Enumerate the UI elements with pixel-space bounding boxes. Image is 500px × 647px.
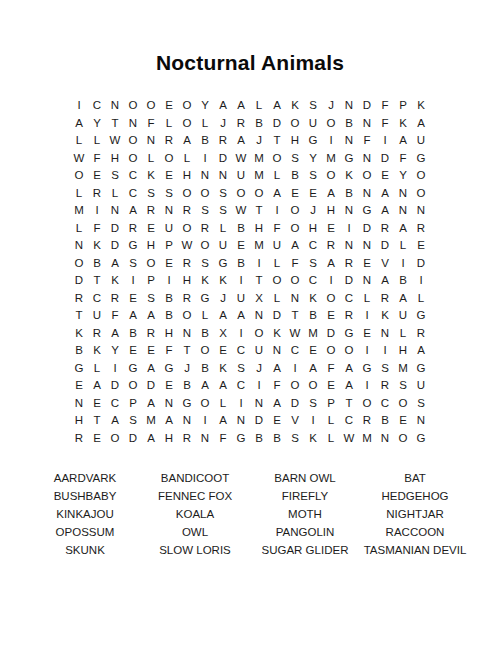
grid-cell-r17c4: O <box>124 377 142 395</box>
grid-cell-r13c16: R <box>340 307 358 325</box>
grid-cell-r20c20: G <box>412 430 430 448</box>
grid-cell-r13c7: O <box>178 307 196 325</box>
grid-cell-r2c1: A <box>70 115 88 133</box>
grid-cell-r3c6: R <box>160 132 178 150</box>
grid-cell-r13c14: B <box>304 307 322 325</box>
grid-cell-r6c7: O <box>178 185 196 203</box>
grid-cell-r12c13: N <box>286 290 304 308</box>
grid-cell-r7c17: G <box>358 202 376 220</box>
grid-cell-r17c13: O <box>286 377 304 395</box>
grid-cell-r3c10: A <box>232 132 250 150</box>
grid-cell-r15c11: U <box>250 342 268 360</box>
grid-cell-r1c14: S <box>304 97 322 115</box>
grid-cell-r9c16: N <box>340 237 358 255</box>
grid-cell-r10c14: S <box>304 255 322 273</box>
grid-cell-r14c16: G <box>340 325 358 343</box>
grid-cell-r12c19: A <box>394 290 412 308</box>
grid-cell-r19c17: R <box>358 412 376 430</box>
grid-cell-r11c12: O <box>268 272 286 290</box>
word-list-item: KINKAJOU <box>30 506 140 524</box>
grid-cell-r11c10: I <box>232 272 250 290</box>
grid-cell-r10c2: B <box>88 255 106 273</box>
grid-cell-r7c4: A <box>124 202 142 220</box>
grid-cell-r14c1: K <box>70 325 88 343</box>
grid-cell-r1c20: K <box>412 97 430 115</box>
grid-cell-r14c2: R <box>88 325 106 343</box>
grid-cell-r10c3: A <box>106 255 124 273</box>
grid-cell-r18c20: S <box>412 395 430 413</box>
grid-cell-r7c19: N <box>394 202 412 220</box>
grid-cell-r9c8: O <box>196 237 214 255</box>
grid-cell-r5c18: E <box>376 167 394 185</box>
grid-cell-r2c13: O <box>286 115 304 133</box>
grid-cell-r14c9: X <box>214 325 232 343</box>
grid-cell-r7c5: R <box>142 202 160 220</box>
grid-cell-r18c1: N <box>70 395 88 413</box>
word-search-page: Nocturnal Animals ICNOOEOYAALAKSJNDFPKAY… <box>0 0 500 647</box>
grid-cell-r3c19: A <box>394 132 412 150</box>
grid-cell-r20c8: N <box>196 430 214 448</box>
grid-cell-r5c5: K <box>142 167 160 185</box>
grid-cell-r20c3: O <box>106 430 124 448</box>
grid-cell-r6c12: A <box>268 185 286 203</box>
grid-cell-r15c20: A <box>412 342 430 360</box>
grid-cell-r15c5: E <box>142 342 160 360</box>
word-list-item: BAT <box>360 470 470 488</box>
grid-cell-r13c11: N <box>250 307 268 325</box>
grid-cell-r9c13: A <box>286 237 304 255</box>
grid-cell-r5c12: L <box>268 167 286 185</box>
grid-cell-r3c18: I <box>376 132 394 150</box>
grid-cell-r2c9: J <box>214 115 232 133</box>
grid-cell-r11c20: I <box>412 272 430 290</box>
grid-cell-r10c8: S <box>196 255 214 273</box>
grid-cell-r20c17: M <box>358 430 376 448</box>
grid-cell-r20c15: L <box>322 430 340 448</box>
grid-cell-r10c11: I <box>250 255 268 273</box>
grid-cell-r8c16: I <box>340 220 358 238</box>
grid-cell-r10c12: L <box>268 255 286 273</box>
grid-cell-r18c18: C <box>376 395 394 413</box>
grid-cell-r13c3: F <box>106 307 124 325</box>
grid-cell-r4c15: M <box>322 150 340 168</box>
grid-cell-r3c7: A <box>178 132 196 150</box>
grid-cell-r4c10: W <box>232 150 250 168</box>
grid-cell-r7c11: T <box>250 202 268 220</box>
grid-cell-r19c1: H <box>70 412 88 430</box>
grid-cell-r2c3: T <box>106 115 124 133</box>
grid-cell-r16c14: A <box>304 360 322 378</box>
grid-cell-r6c18: A <box>376 185 394 203</box>
grid-cell-r1c13: K <box>286 97 304 115</box>
word-list-item: BUSHBABY <box>30 488 140 506</box>
grid-cell-r15c17: I <box>358 342 376 360</box>
grid-cell-r11c3: K <box>106 272 124 290</box>
grid-cell-r15c15: O <box>322 342 340 360</box>
grid-cell-r16c13: I <box>286 360 304 378</box>
grid-cell-r10c5: O <box>142 255 160 273</box>
grid-cell-r16c10: S <box>232 360 250 378</box>
grid-cell-r16c4: G <box>124 360 142 378</box>
grid-cell-r10c13: F <box>286 255 304 273</box>
grid-cell-r8c12: F <box>268 220 286 238</box>
word-list-item: RACCOON <box>360 524 470 542</box>
grid-cell-r10c4: S <box>124 255 142 273</box>
grid-cell-r2c4: N <box>124 115 142 133</box>
grid-cell-r16c8: B <box>196 360 214 378</box>
grid-cell-r5c19: Y <box>394 167 412 185</box>
grid-cell-r8c15: E <box>322 220 340 238</box>
grid-cell-r17c12: F <box>268 377 286 395</box>
grid-cell-r5c6: E <box>160 167 178 185</box>
grid-cell-r6c2: R <box>88 185 106 203</box>
grid-cell-r9c7: W <box>178 237 196 255</box>
grid-cell-r5c9: N <box>214 167 232 185</box>
grid-cell-r17c18: R <box>376 377 394 395</box>
grid-cell-r5c3: S <box>106 167 124 185</box>
grid-cell-r18c2: E <box>88 395 106 413</box>
grid-cell-r3c20: U <box>412 132 430 150</box>
grid-cell-r11c15: I <box>322 272 340 290</box>
grid-cell-r4c2: F <box>88 150 106 168</box>
grid-cell-r13c17: I <box>358 307 376 325</box>
grid-cell-r14c3: A <box>106 325 124 343</box>
grid-cell-r20c11: B <box>250 430 268 448</box>
grid-cell-r3c2: L <box>88 132 106 150</box>
grid-cell-r10c6: E <box>160 255 178 273</box>
grid-cell-r2c16: B <box>340 115 358 133</box>
grid-cell-r12c12: L <box>268 290 286 308</box>
grid-cell-r1c1: I <box>70 97 88 115</box>
grid-cell-r1c19: P <box>394 97 412 115</box>
grid-cell-r18c6: N <box>160 395 178 413</box>
grid-cell-r12c17: L <box>358 290 376 308</box>
grid-cell-r15c7: T <box>178 342 196 360</box>
grid-cell-r14c12: K <box>268 325 286 343</box>
grid-cell-r2c18: F <box>376 115 394 133</box>
grid-cell-r20c19: O <box>394 430 412 448</box>
grid-cell-r8c5: E <box>142 220 160 238</box>
grid-cell-r11c14: C <box>304 272 322 290</box>
grid-cell-r11c7: H <box>178 272 196 290</box>
grid-cell-r2c10: R <box>232 115 250 133</box>
grid-cell-r9c14: C <box>304 237 322 255</box>
grid-cell-r10c19: I <box>394 255 412 273</box>
grid-cell-r5c13: B <box>286 167 304 185</box>
grid-cell-r8c7: O <box>178 220 196 238</box>
grid-cell-r4c12: O <box>268 150 286 168</box>
grid-cell-r3c11: J <box>250 132 268 150</box>
grid-cell-r8c18: R <box>376 220 394 238</box>
grid-cell-r1c8: Y <box>196 97 214 115</box>
grid-cell-r10c7: R <box>178 255 196 273</box>
grid-cell-r12c1: R <box>70 290 88 308</box>
grid-cell-r11c5: P <box>142 272 160 290</box>
grid-cell-r19c8: I <box>196 412 214 430</box>
grid-cell-r8c11: H <box>250 220 268 238</box>
grid-cell-r4c16: G <box>340 150 358 168</box>
word-list-item: FENNEC FOX <box>140 488 250 506</box>
grid-cell-r13c5: A <box>142 307 160 325</box>
grid-cell-r2c20: A <box>412 115 430 133</box>
grid-cell-r17c17: I <box>358 377 376 395</box>
grid-cell-r20c14: K <box>304 430 322 448</box>
grid-cell-r19c2: T <box>88 412 106 430</box>
word-list-item: SKUNK <box>30 542 140 560</box>
word-list-item: MOTH <box>250 506 360 524</box>
grid-cell-r6c8: O <box>196 185 214 203</box>
grid-cell-r12c4: E <box>124 290 142 308</box>
grid-cell-r19c16: C <box>340 412 358 430</box>
grid-cell-r17c14: O <box>304 377 322 395</box>
grid-cell-r4c14: Y <box>304 150 322 168</box>
word-list: AARDVARKBANDICOOTBARN OWLBATBUSHBABYFENN… <box>30 470 470 560</box>
grid-cell-r12c3: R <box>106 290 124 308</box>
grid-cell-r17c7: B <box>178 377 196 395</box>
grid-cell-r7c3: N <box>106 202 124 220</box>
grid-cell-r8c6: U <box>160 220 178 238</box>
grid-cell-r6c19: N <box>394 185 412 203</box>
grid-cell-r16c7: J <box>178 360 196 378</box>
grid-cell-r18c16: T <box>340 395 358 413</box>
grid-cell-r11c1: D <box>70 272 88 290</box>
grid-cell-r17c9: A <box>214 377 232 395</box>
grid-cell-r6c16: B <box>340 185 358 203</box>
grid-cell-r19c20: N <box>412 412 430 430</box>
grid-cell-r12c8: G <box>196 290 214 308</box>
word-list-item: OWL <box>140 524 250 542</box>
grid-cell-r17c15: E <box>322 377 340 395</box>
grid-cell-r3c9: R <box>214 132 232 150</box>
grid-cell-r15c19: H <box>394 342 412 360</box>
grid-cell-r14c6: H <box>160 325 178 343</box>
grid-cell-r12c20: L <box>412 290 430 308</box>
grid-cell-r16c15: F <box>322 360 340 378</box>
grid-cell-r2c17: N <box>358 115 376 133</box>
grid-cell-r9c6: P <box>160 237 178 255</box>
grid-cell-r20c5: A <box>142 430 160 448</box>
grid-cell-r14c15: D <box>322 325 340 343</box>
grid-cell-r15c10: C <box>232 342 250 360</box>
grid-cell-r10c9: G <box>214 255 232 273</box>
grid-cell-r7c10: W <box>232 202 250 220</box>
grid-cell-r18c12: A <box>268 395 286 413</box>
grid-cell-r20c2: E <box>88 430 106 448</box>
grid-cell-r6c1: L <box>70 185 88 203</box>
grid-cell-r5c17: O <box>358 167 376 185</box>
grid-cell-r5c14: S <box>304 167 322 185</box>
grid-cell-r6c6: S <box>160 185 178 203</box>
grid-cell-r17c3: D <box>106 377 124 395</box>
grid-cell-r2c8: L <box>196 115 214 133</box>
grid-cell-r17c19: S <box>394 377 412 395</box>
grid-cell-r13c20: G <box>412 307 430 325</box>
grid-cell-r14c19: L <box>394 325 412 343</box>
grid-cell-r2c12: D <box>268 115 286 133</box>
grid-cell-r5c20: O <box>412 167 430 185</box>
grid-cell-r1c5: O <box>142 97 160 115</box>
grid-cell-r1c16: N <box>340 97 358 115</box>
grid-cell-r9c18: D <box>376 237 394 255</box>
word-list-item: TASMANIAN DEVIL <box>360 542 470 560</box>
grid-cell-r4c3: H <box>106 150 124 168</box>
word-list-item: SUGAR GLIDER <box>250 542 360 560</box>
grid-cell-r13c18: K <box>376 307 394 325</box>
grid-cell-r3c1: L <box>70 132 88 150</box>
grid-cell-r8c1: L <box>70 220 88 238</box>
grid-cell-r17c6: E <box>160 377 178 395</box>
grid-cell-r15c14: E <box>304 342 322 360</box>
grid-cell-r20c12: B <box>268 430 286 448</box>
grid-cell-r17c20: U <box>412 377 430 395</box>
grid-cell-r8c14: H <box>304 220 322 238</box>
grid-cell-r2c15: O <box>322 115 340 133</box>
puzzle-title: Nocturnal Animals <box>0 51 500 75</box>
grid-cell-r15c2: K <box>88 342 106 360</box>
grid-cell-r5c1: O <box>70 167 88 185</box>
grid-cell-r11c13: O <box>286 272 304 290</box>
grid-cell-r7c12: I <box>268 202 286 220</box>
grid-cell-r15c8: O <box>196 342 214 360</box>
grid-cell-r2c5: F <box>142 115 160 133</box>
grid-cell-r2c2: Y <box>88 115 106 133</box>
grid-cell-r12c5: S <box>142 290 160 308</box>
grid-cell-r19c14: I <box>304 412 322 430</box>
grid-cell-r18c4: P <box>124 395 142 413</box>
grid-cell-r8c20: R <box>412 220 430 238</box>
grid-cell-r9c5: H <box>142 237 160 255</box>
grid-cell-r1c17: D <box>358 97 376 115</box>
grid-cell-r20c10: G <box>232 430 250 448</box>
grid-cell-r16c3: I <box>106 360 124 378</box>
grid-cell-r8c13: O <box>286 220 304 238</box>
grid-cell-r1c4: O <box>124 97 142 115</box>
grid-cell-r5c11: M <box>250 167 268 185</box>
grid-cell-r14c10: I <box>232 325 250 343</box>
grid-cell-r15c1: B <box>70 342 88 360</box>
grid-cell-r10c15: A <box>322 255 340 273</box>
grid-cell-r15c12: N <box>268 342 286 360</box>
grid-cell-r11c8: K <box>196 272 214 290</box>
grid-cell-r3c16: N <box>340 132 358 150</box>
word-list-item: BANDICOOT <box>140 470 250 488</box>
grid-cell-r1c18: F <box>376 97 394 115</box>
grid-cell-r7c15: H <box>322 202 340 220</box>
grid-cell-r6c13: E <box>286 185 304 203</box>
grid-cell-r16c2: L <box>88 360 106 378</box>
grid-cell-r13c13: T <box>286 307 304 325</box>
grid-cell-r1c3: N <box>106 97 124 115</box>
grid-cell-r2c7: O <box>178 115 196 133</box>
grid-cell-r15c4: E <box>124 342 142 360</box>
grid-cell-r13c4: A <box>124 307 142 325</box>
grid-cell-r10c20: D <box>412 255 430 273</box>
grid-cell-r18c19: O <box>394 395 412 413</box>
grid-cell-r20c13: S <box>286 430 304 448</box>
grid-cell-r15c9: E <box>214 342 232 360</box>
grid-cell-r4c11: M <box>250 150 268 168</box>
grid-cell-r16c11: J <box>250 360 268 378</box>
grid-cell-r4c9: D <box>214 150 232 168</box>
grid-cell-r4c1: W <box>70 150 88 168</box>
grid-cell-r9c12: U <box>268 237 286 255</box>
grid-cell-r19c15: L <box>322 412 340 430</box>
grid-cell-r6c17: N <box>358 185 376 203</box>
grid-cell-r7c8: S <box>196 202 214 220</box>
grid-cell-r9c3: D <box>106 237 124 255</box>
grid-cell-r7c20: N <box>412 202 430 220</box>
grid-cell-r16c6: G <box>160 360 178 378</box>
grid-cell-r6c4: C <box>124 185 142 203</box>
grid-cell-r1c7: O <box>178 97 196 115</box>
grid-cell-r5c16: K <box>340 167 358 185</box>
grid-cell-r4c6: O <box>160 150 178 168</box>
grid-cell-r5c7: H <box>178 167 196 185</box>
grid-cell-r15c13: C <box>286 342 304 360</box>
grid-cell-r1c9: A <box>214 97 232 115</box>
grid-cell-r12c10: U <box>232 290 250 308</box>
grid-cell-r6c10: O <box>232 185 250 203</box>
grid-cell-r18c13: D <box>286 395 304 413</box>
grid-cell-r11c16: D <box>340 272 358 290</box>
letter-grid: ICNOOEOYAALAKSJNDFPKAYTNFLOLJRBDOUOBNFKA… <box>70 97 430 447</box>
grid-cell-r7c18: A <box>376 202 394 220</box>
grid-cell-r19c12: E <box>268 412 286 430</box>
grid-cell-r1c10: A <box>232 97 250 115</box>
grid-cell-r12c18: R <box>376 290 394 308</box>
grid-cell-r16c9: K <box>214 360 232 378</box>
grid-cell-r19c4: S <box>124 412 142 430</box>
grid-cell-r19c5: M <box>142 412 160 430</box>
grid-cell-r8c19: A <box>394 220 412 238</box>
grid-cell-r16c12: A <box>268 360 286 378</box>
grid-cell-r11c17: N <box>358 272 376 290</box>
word-list-item: NIGHTJAR <box>360 506 470 524</box>
grid-cell-r18c15: P <box>322 395 340 413</box>
grid-cell-r5c10: U <box>232 167 250 185</box>
grid-cell-r7c7: R <box>178 202 196 220</box>
grid-cell-r13c9: A <box>214 307 232 325</box>
grid-cell-r16c20: G <box>412 360 430 378</box>
grid-cell-r9c10: E <box>232 237 250 255</box>
grid-cell-r7c9: S <box>214 202 232 220</box>
grid-cell-r20c18: N <box>376 430 394 448</box>
grid-cell-r20c1: R <box>70 430 88 448</box>
grid-cell-r17c16: A <box>340 377 358 395</box>
grid-cell-r19c13: V <box>286 412 304 430</box>
word-list-item: OPOSSUM <box>30 524 140 542</box>
grid-cell-r9c15: R <box>322 237 340 255</box>
grid-cell-r14c17: E <box>358 325 376 343</box>
grid-cell-r13c2: U <box>88 307 106 325</box>
grid-cell-r18c9: L <box>214 395 232 413</box>
grid-cell-r6c14: E <box>304 185 322 203</box>
grid-cell-r3c3: W <box>106 132 124 150</box>
grid-cell-r12c7: R <box>178 290 196 308</box>
grid-cell-r14c13: W <box>286 325 304 343</box>
grid-cell-r12c2: C <box>88 290 106 308</box>
grid-cell-r11c11: T <box>250 272 268 290</box>
grid-cell-r6c5: S <box>142 185 160 203</box>
grid-cell-r3c5: N <box>142 132 160 150</box>
grid-cell-r14c7: N <box>178 325 196 343</box>
grid-cell-r3c13: H <box>286 132 304 150</box>
grid-cell-r17c2: A <box>88 377 106 395</box>
word-list-item: AARDVARK <box>30 470 140 488</box>
grid-cell-r16c18: S <box>376 360 394 378</box>
grid-cell-r4c13: S <box>286 150 304 168</box>
grid-cell-r16c16: A <box>340 360 358 378</box>
